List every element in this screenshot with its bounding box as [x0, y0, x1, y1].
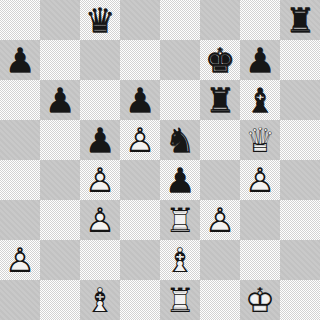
square-f2[interactable]	[200, 240, 240, 280]
square-g4[interactable]: ♟♙	[240, 160, 280, 200]
square-c6[interactable]	[80, 80, 120, 120]
square-c4[interactable]: ♟♙	[80, 160, 120, 200]
square-h1[interactable]	[280, 280, 320, 320]
square-a4[interactable]	[0, 160, 40, 200]
square-a8[interactable]	[0, 0, 40, 40]
white-rook: ♜♖	[160, 280, 200, 320]
square-a1[interactable]	[0, 280, 40, 320]
square-d5[interactable]: ♟♙	[120, 120, 160, 160]
black-knight: ♞	[160, 120, 200, 160]
square-h2[interactable]	[280, 240, 320, 280]
black-pawn: ♟	[240, 40, 280, 80]
square-d4[interactable]	[120, 160, 160, 200]
square-f3[interactable]: ♟♙	[200, 200, 240, 240]
square-g7[interactable]: ♟	[240, 40, 280, 80]
chess-board: ♛♜♟♚♟♟♟♜♝♟♟♙♞♛♕♟♙♟♟♙♟♙♜♖♟♙♟♙♝♗♝♗♜♖♚♔	[0, 0, 320, 320]
square-d6[interactable]: ♟	[120, 80, 160, 120]
square-c7[interactable]	[80, 40, 120, 80]
square-c2[interactable]	[80, 240, 120, 280]
square-h3[interactable]	[280, 200, 320, 240]
square-b1[interactable]	[40, 280, 80, 320]
square-d2[interactable]	[120, 240, 160, 280]
black-rook: ♜	[200, 80, 240, 120]
black-king: ♚	[200, 40, 240, 80]
square-e7[interactable]	[160, 40, 200, 80]
square-g8[interactable]	[240, 0, 280, 40]
square-a2[interactable]: ♟♙	[0, 240, 40, 280]
square-e1[interactable]: ♜♖	[160, 280, 200, 320]
square-e3[interactable]: ♜♖	[160, 200, 200, 240]
square-b3[interactable]	[40, 200, 80, 240]
black-pawn: ♟	[120, 80, 160, 120]
square-e6[interactable]	[160, 80, 200, 120]
square-c5[interactable]: ♟	[80, 120, 120, 160]
square-e4[interactable]: ♟	[160, 160, 200, 200]
white-pawn: ♟♙	[80, 160, 120, 200]
square-e8[interactable]	[160, 0, 200, 40]
square-b8[interactable]	[40, 0, 80, 40]
square-e2[interactable]: ♝♗	[160, 240, 200, 280]
square-a5[interactable]	[0, 120, 40, 160]
square-f1[interactable]	[200, 280, 240, 320]
square-c3[interactable]: ♟♙	[80, 200, 120, 240]
square-b4[interactable]	[40, 160, 80, 200]
square-g2[interactable]	[240, 240, 280, 280]
square-b5[interactable]	[40, 120, 80, 160]
square-a3[interactable]	[0, 200, 40, 240]
square-b7[interactable]	[40, 40, 80, 80]
square-f6[interactable]: ♜	[200, 80, 240, 120]
white-rook: ♜♖	[160, 200, 200, 240]
black-pawn: ♟	[80, 120, 120, 160]
square-g1[interactable]: ♚♔	[240, 280, 280, 320]
square-g5[interactable]: ♛♕	[240, 120, 280, 160]
square-a7[interactable]: ♟	[0, 40, 40, 80]
square-a6[interactable]	[0, 80, 40, 120]
black-bishop: ♝	[240, 80, 280, 120]
white-king: ♚♔	[240, 280, 280, 320]
square-d7[interactable]	[120, 40, 160, 80]
square-f8[interactable]	[200, 0, 240, 40]
square-c1[interactable]: ♝♗	[80, 280, 120, 320]
black-pawn: ♟	[160, 160, 200, 200]
black-queen: ♛	[80, 0, 120, 40]
square-f7[interactable]: ♚	[200, 40, 240, 80]
white-pawn: ♟♙	[200, 200, 240, 240]
black-rook: ♜	[280, 0, 320, 40]
square-d3[interactable]	[120, 200, 160, 240]
square-g6[interactable]: ♝	[240, 80, 280, 120]
white-pawn: ♟♙	[240, 160, 280, 200]
white-pawn: ♟♙	[120, 120, 160, 160]
square-h5[interactable]	[280, 120, 320, 160]
square-h7[interactable]	[280, 40, 320, 80]
square-g3[interactable]	[240, 200, 280, 240]
square-h6[interactable]	[280, 80, 320, 120]
square-c8[interactable]: ♛	[80, 0, 120, 40]
square-h8[interactable]: ♜	[280, 0, 320, 40]
white-pawn: ♟♙	[80, 200, 120, 240]
square-f4[interactable]	[200, 160, 240, 200]
white-bishop: ♝♗	[80, 280, 120, 320]
square-d8[interactable]	[120, 0, 160, 40]
square-f5[interactable]	[200, 120, 240, 160]
black-pawn: ♟	[0, 40, 40, 80]
white-bishop: ♝♗	[160, 240, 200, 280]
square-b2[interactable]	[40, 240, 80, 280]
square-d1[interactable]	[120, 280, 160, 320]
square-h4[interactable]	[280, 160, 320, 200]
white-queen: ♛♕	[240, 120, 280, 160]
square-b6[interactable]: ♟	[40, 80, 80, 120]
white-pawn: ♟♙	[0, 240, 40, 280]
square-e5[interactable]: ♞	[160, 120, 200, 160]
black-pawn: ♟	[40, 80, 80, 120]
